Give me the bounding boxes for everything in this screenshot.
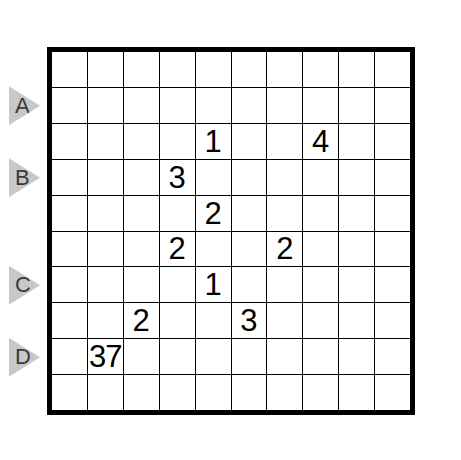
cell-r2c5[interactable]	[196, 88, 231, 123]
cell-r9c6[interactable]	[232, 339, 267, 374]
cell-r5c8[interactable]	[303, 196, 338, 231]
cell-r3c2[interactable]	[88, 124, 123, 159]
cell-r3c4[interactable]	[160, 124, 195, 159]
cell-r10c10[interactable]	[375, 375, 410, 410]
cell-r7c10[interactable]	[375, 267, 410, 302]
puzzle-page: 14322212337 ABCD	[0, 0, 461, 460]
cell-r10c1[interactable]	[52, 375, 87, 410]
cell-r9c1[interactable]	[52, 339, 87, 374]
cell-r3c6[interactable]	[232, 124, 267, 159]
cell-r2c3[interactable]	[124, 88, 159, 123]
cell-r1c5[interactable]	[196, 52, 231, 87]
cell-r10c8[interactable]	[303, 375, 338, 410]
cell-r9c8[interactable]	[303, 339, 338, 374]
cell-r2c1[interactable]	[52, 88, 87, 123]
row-marker-label: D	[15, 346, 31, 368]
cell-r2c4[interactable]	[160, 88, 195, 123]
cell-r9c7[interactable]	[267, 339, 302, 374]
cell-r1c9[interactable]	[339, 52, 374, 87]
cell-r6c7[interactable]: 2	[267, 232, 302, 267]
cell-r8c6[interactable]: 3	[232, 303, 267, 338]
row-marker-A-triangle-icon: A	[9, 86, 40, 125]
cell-r2c6[interactable]	[232, 88, 267, 123]
cell-r1c3[interactable]	[124, 52, 159, 87]
cell-r6c4[interactable]: 2	[160, 232, 195, 267]
cell-r10c5[interactable]	[196, 375, 231, 410]
cell-r5c1[interactable]	[52, 196, 87, 231]
cell-r9c9[interactable]	[339, 339, 374, 374]
cell-r4c2[interactable]	[88, 160, 123, 195]
cell-r1c7[interactable]	[267, 52, 302, 87]
cell-r5c10[interactable]	[375, 196, 410, 231]
cell-r1c2[interactable]	[88, 52, 123, 87]
cell-r8c10[interactable]	[375, 303, 410, 338]
cell-r4c8[interactable]	[303, 160, 338, 195]
cell-r9c2[interactable]: 37	[88, 339, 123, 374]
cell-r2c9[interactable]	[339, 88, 374, 123]
row-marker-label: B	[15, 167, 30, 189]
cell-r9c5[interactable]	[196, 339, 231, 374]
cell-r3c5[interactable]: 1	[196, 124, 231, 159]
cell-r8c8[interactable]	[303, 303, 338, 338]
cell-r4c9[interactable]	[339, 160, 374, 195]
cell-r7c4[interactable]	[160, 267, 195, 302]
cell-r5c9[interactable]	[339, 196, 374, 231]
cell-r2c7[interactable]	[267, 88, 302, 123]
cell-r2c10[interactable]	[375, 88, 410, 123]
cell-r4c10[interactable]	[375, 160, 410, 195]
cell-r7c9[interactable]	[339, 267, 374, 302]
cell-r8c5[interactable]	[196, 303, 231, 338]
cell-r5c7[interactable]	[267, 196, 302, 231]
row-marker-label: A	[15, 95, 30, 117]
cell-r10c9[interactable]	[339, 375, 374, 410]
cell-r4c4[interactable]: 3	[160, 160, 195, 195]
cell-r5c3[interactable]	[124, 196, 159, 231]
cell-r1c1[interactable]	[52, 52, 87, 87]
cell-r1c4[interactable]	[160, 52, 195, 87]
cell-r10c4[interactable]	[160, 375, 195, 410]
cell-r8c9[interactable]	[339, 303, 374, 338]
cell-r7c7[interactable]	[267, 267, 302, 302]
row-marker-C-triangle-icon: C	[9, 266, 40, 305]
cell-r8c2[interactable]	[88, 303, 123, 338]
cell-r3c8[interactable]: 4	[303, 124, 338, 159]
cell-r4c5[interactable]	[196, 160, 231, 195]
cell-r8c1[interactable]	[52, 303, 87, 338]
cell-r4c3[interactable]	[124, 160, 159, 195]
cell-r1c6[interactable]	[232, 52, 267, 87]
cell-r2c2[interactable]	[88, 88, 123, 123]
cell-r5c2[interactable]	[88, 196, 123, 231]
cell-r8c7[interactable]	[267, 303, 302, 338]
cell-r1c10[interactable]	[375, 52, 410, 87]
cell-r3c9[interactable]	[339, 124, 374, 159]
cell-r8c4[interactable]	[160, 303, 195, 338]
cell-r9c10[interactable]	[375, 339, 410, 374]
cell-r7c1[interactable]	[52, 267, 87, 302]
cell-r6c1[interactable]	[52, 232, 87, 267]
cell-r10c3[interactable]	[124, 375, 159, 410]
cell-r6c9[interactable]	[339, 232, 374, 267]
cell-r2c8[interactable]	[303, 88, 338, 123]
cell-r7c3[interactable]	[124, 267, 159, 302]
cell-r6c6[interactable]	[232, 232, 267, 267]
row-marker-D-triangle-icon: D	[9, 338, 40, 377]
cell-r6c8[interactable]	[303, 232, 338, 267]
cell-r1c8[interactable]	[303, 52, 338, 87]
cell-r4c7[interactable]	[267, 160, 302, 195]
row-marker-B-triangle-icon: B	[9, 158, 40, 197]
cell-r6c3[interactable]	[124, 232, 159, 267]
cell-r7c2[interactable]	[88, 267, 123, 302]
cell-r10c7[interactable]	[267, 375, 302, 410]
cell-r5c6[interactable]	[232, 196, 267, 231]
cell-r9c3[interactable]	[124, 339, 159, 374]
cell-r5c5[interactable]: 2	[196, 196, 231, 231]
cell-r7c6[interactable]	[232, 267, 267, 302]
cell-r10c2[interactable]	[88, 375, 123, 410]
cell-r7c5[interactable]: 1	[196, 267, 231, 302]
cell-r5c4[interactable]	[160, 196, 195, 231]
cell-r3c10[interactable]	[375, 124, 410, 159]
cell-r6c10[interactable]	[375, 232, 410, 267]
cell-r4c1[interactable]	[52, 160, 87, 195]
cell-r4c6[interactable]	[232, 160, 267, 195]
cell-r3c3[interactable]	[124, 124, 159, 159]
cell-r8c3[interactable]: 2	[124, 303, 159, 338]
cell-r10c6[interactable]	[232, 375, 267, 410]
cell-r7c8[interactable]	[303, 267, 338, 302]
cell-r3c7[interactable]	[267, 124, 302, 159]
cell-r9c4[interactable]	[160, 339, 195, 374]
puzzle-grid: 14322212337	[47, 47, 415, 415]
cell-r3c1[interactable]	[52, 124, 87, 159]
row-marker-label: C	[15, 274, 31, 296]
cell-r6c5[interactable]	[196, 232, 231, 267]
cell-r6c2[interactable]	[88, 232, 123, 267]
